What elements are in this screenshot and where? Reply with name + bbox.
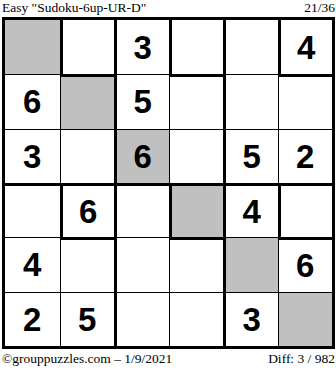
cell-r2c6[interactable]: [278, 74, 333, 128]
page-title: Easy "Sudoku-6up-UR-D": [2, 0, 146, 16]
cell-r1c4[interactable]: [169, 20, 224, 74]
cell-r6c4[interactable]: [169, 292, 224, 346]
cell-r1c5[interactable]: [223, 20, 278, 74]
cell-r4c2[interactable]: 6: [60, 183, 115, 237]
cell-r4c5[interactable]: 4: [223, 183, 278, 237]
title-row: Easy "Sudoku-6up-UR-D" 21/36: [2, 0, 335, 16]
difficulty-text: Diff: 3 / 982: [268, 351, 335, 367]
cell-r5c4[interactable]: [169, 237, 224, 291]
cell-r6c3[interactable]: [114, 292, 169, 346]
cell-r5c6[interactable]: 6: [278, 237, 333, 291]
copyright-text: ©grouppuzzles.com – 1/9/2021: [2, 351, 172, 367]
cell-r5c2[interactable]: [60, 237, 115, 291]
cell-r6c6[interactable]: [278, 292, 333, 346]
cell-r5c1[interactable]: 4: [5, 237, 60, 291]
cell-r4c6[interactable]: [278, 183, 333, 237]
cell-r4c4[interactable]: [169, 183, 224, 237]
cell-r1c2[interactable]: [60, 20, 115, 74]
cell-r2c1[interactable]: 6: [5, 74, 60, 128]
cell-r2c5[interactable]: [223, 74, 278, 128]
cell-r3c6[interactable]: 2: [278, 129, 333, 183]
cell-r3c5[interactable]: 5: [223, 129, 278, 183]
cell-r4c1[interactable]: [5, 183, 60, 237]
givens-counter: 21/36: [304, 0, 335, 16]
cell-r2c2[interactable]: [60, 74, 115, 128]
cell-r5c3[interactable]: [114, 237, 169, 291]
cell-r1c6[interactable]: 4: [278, 20, 333, 74]
cell-r1c1[interactable]: [5, 20, 60, 74]
cell-r6c5[interactable]: 3: [223, 292, 278, 346]
cell-r1c3[interactable]: 3: [114, 20, 169, 74]
cell-r3c3[interactable]: 6: [114, 129, 169, 183]
cell-r2c4[interactable]: [169, 74, 224, 128]
cell-r3c2[interactable]: [60, 129, 115, 183]
cell-r2c3[interactable]: 5: [114, 74, 169, 128]
cell-r3c1[interactable]: 3: [5, 129, 60, 183]
cell-r4c3[interactable]: [114, 183, 169, 237]
footer-row: ©grouppuzzles.com – 1/9/2021 Diff: 3 / 9…: [2, 351, 335, 367]
cell-r3c4[interactable]: [169, 129, 224, 183]
sudoku-board: 346536526446253: [2, 17, 335, 349]
cell-r6c2[interactable]: 5: [60, 292, 115, 346]
cell-r5c5[interactable]: [223, 237, 278, 291]
cell-r6c1[interactable]: 2: [5, 292, 60, 346]
